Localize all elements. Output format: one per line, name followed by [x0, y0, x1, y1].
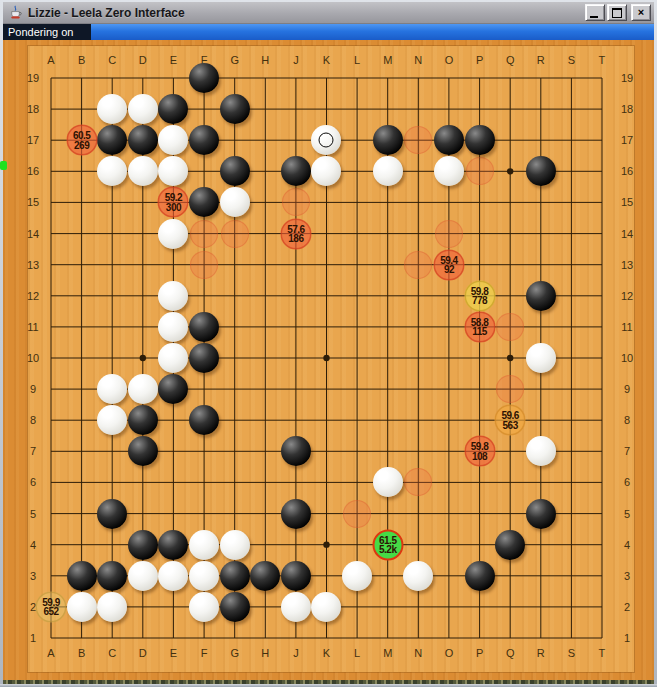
stone-white-F4 — [189, 530, 219, 560]
stone-black-D17 — [128, 125, 158, 155]
stone-white-K2 — [311, 592, 341, 622]
col-label-top-K: K — [323, 54, 330, 66]
row-label-left-11: 11 — [27, 321, 38, 333]
stone-white-D16 — [128, 156, 158, 186]
col-label-bottom-E: E — [170, 647, 177, 659]
stone-black-D7 — [128, 436, 158, 466]
col-label-bottom-H: H — [261, 647, 269, 659]
stone-black-O17 — [434, 125, 464, 155]
stone-white-E11 — [158, 312, 188, 342]
ghost-move-L5[interactable] — [343, 500, 371, 528]
row-label-left-14: 14 — [27, 228, 39, 240]
row-label-left-19: 19 — [27, 72, 39, 84]
star-point — [140, 355, 146, 361]
candidate-move-J14[interactable]: 57.6186 — [280, 218, 311, 249]
row-label-left-4: 4 — [30, 539, 36, 551]
stone-white-F3 — [189, 561, 219, 591]
stone-white-E12 — [158, 281, 188, 311]
col-label-top-Q: Q — [506, 54, 515, 66]
col-label-bottom-D: D — [139, 647, 147, 659]
status-bar: Pondering on — [3, 24, 654, 40]
col-label-bottom-O: O — [445, 647, 454, 659]
stone-black-C5 — [97, 499, 127, 529]
app-window: Lizzie - Leela Zero Interface × Ponderin… — [0, 0, 657, 687]
stone-black-F10 — [189, 343, 219, 373]
col-label-top-B: B — [78, 54, 85, 66]
row-label-left-17: 17 — [27, 134, 39, 146]
candidate-move-M4[interactable]: 61.55.2k — [372, 529, 403, 560]
row-label-right-8: 8 — [624, 414, 630, 426]
ghost-move-G14[interactable] — [221, 220, 249, 248]
title-bar[interactable]: Lizzie - Leela Zero Interface × — [3, 2, 654, 24]
stone-black-G16 — [220, 156, 250, 186]
col-label-bottom-F: F — [201, 647, 208, 659]
row-label-right-11: 11 — [621, 321, 632, 333]
stone-black-F19 — [189, 63, 219, 93]
stone-black-F15 — [189, 187, 219, 217]
stone-black-F11 — [189, 312, 219, 342]
stone-black-D8 — [128, 405, 158, 435]
col-label-top-M: M — [383, 54, 392, 66]
stone-black-Q4 — [495, 530, 525, 560]
stone-white-E10 — [158, 343, 188, 373]
candidate-visits: 652 — [43, 607, 58, 617]
candidate-move-B17[interactable]: 60.5269 — [66, 125, 97, 156]
row-label-right-16: 16 — [621, 165, 633, 177]
pondering-status[interactable]: Pondering on — [3, 24, 91, 40]
ghost-move-O14[interactable] — [435, 220, 463, 248]
row-label-right-19: 19 — [621, 72, 633, 84]
engine-indicator-icon — [0, 161, 7, 170]
ghost-move-N17[interactable] — [404, 126, 432, 154]
candidate-visits: 269 — [74, 140, 89, 150]
row-label-left-1: 1 — [30, 632, 36, 644]
ghost-move-N13[interactable] — [404, 251, 432, 279]
candidate-visits: 108 — [472, 451, 487, 461]
stone-white-L3 — [342, 561, 372, 591]
close-icon: × — [638, 7, 644, 18]
stone-black-P17 — [465, 125, 495, 155]
ghost-move-P16[interactable] — [466, 157, 494, 185]
row-label-left-7: 7 — [30, 445, 36, 457]
col-label-top-J: J — [293, 54, 299, 66]
candidate-visits: 115 — [472, 327, 487, 337]
row-label-left-16: 16 — [27, 165, 39, 177]
row-label-right-1: 1 — [624, 632, 630, 644]
candidate-visits: 778 — [472, 296, 487, 306]
col-label-top-P: P — [476, 54, 483, 66]
stone-black-G2 — [220, 592, 250, 622]
row-label-right-3: 3 — [624, 570, 630, 582]
row-label-right-13: 13 — [621, 259, 633, 271]
stone-black-R16 — [526, 156, 556, 186]
ghost-move-Q9[interactable] — [496, 375, 524, 403]
stone-black-G3 — [220, 561, 250, 591]
window-title: Lizzie - Leela Zero Interface — [28, 6, 583, 20]
row-label-left-3: 3 — [30, 570, 36, 582]
stone-black-H3 — [250, 561, 280, 591]
stone-black-C3 — [97, 561, 127, 591]
col-label-top-E: E — [170, 54, 177, 66]
minimize-button[interactable] — [585, 4, 605, 21]
col-label-top-S: S — [568, 54, 575, 66]
stone-black-M17 — [373, 125, 403, 155]
last-move-marker — [319, 133, 334, 148]
maximize-button[interactable] — [607, 4, 627, 21]
board-area[interactable]: AABBCCDDEEFFGGHHJJKKLLMMNNOOPPQQRRSSTT19… — [3, 40, 654, 684]
candidate-move-E15[interactable]: 59.2300 — [158, 187, 189, 218]
stone-white-G4 — [220, 530, 250, 560]
maximize-icon — [612, 8, 622, 18]
stone-black-F8 — [189, 405, 219, 435]
stone-white-C9 — [97, 374, 127, 404]
col-label-bottom-S: S — [568, 647, 575, 659]
row-label-right-2: 2 — [624, 601, 630, 613]
row-label-right-17: 17 — [621, 134, 633, 146]
stone-white-K17 — [311, 125, 341, 155]
candidate-visits: 92 — [444, 265, 454, 275]
candidate-visits: 186 — [288, 234, 303, 244]
row-label-right-15: 15 — [621, 196, 633, 208]
stone-white-C8 — [97, 405, 127, 435]
star-point — [323, 541, 329, 547]
candidate-move-P7[interactable]: 59.8108 — [464, 436, 495, 467]
row-label-right-7: 7 — [624, 445, 630, 457]
candidate-move-P12[interactable]: 59.8778 — [464, 280, 495, 311]
col-label-bottom-P: P — [476, 647, 483, 659]
stone-white-E14 — [158, 219, 188, 249]
col-label-top-N: N — [414, 54, 422, 66]
candidate-move-A2[interactable]: 59.9652 — [36, 591, 67, 622]
row-label-left-18: 18 — [27, 103, 39, 115]
stone-black-E4 — [158, 530, 188, 560]
col-label-bottom-J: J — [293, 647, 299, 659]
col-label-bottom-R: R — [537, 647, 545, 659]
stone-white-O16 — [434, 156, 464, 186]
stone-black-C17 — [97, 125, 127, 155]
stone-white-E16 — [158, 156, 188, 186]
candidate-move-Q8[interactable]: 59.6563 — [495, 405, 526, 436]
col-label-top-D: D — [139, 54, 147, 66]
ghost-move-F13[interactable] — [190, 251, 218, 279]
col-label-top-O: O — [445, 54, 454, 66]
java-icon — [8, 5, 23, 20]
stone-white-E17 — [158, 125, 188, 155]
stone-black-R5 — [526, 499, 556, 529]
row-label-left-12: 12 — [27, 290, 39, 302]
ghost-move-F14[interactable] — [190, 220, 218, 248]
star-point — [507, 355, 513, 361]
row-label-left-15: 15 — [27, 196, 39, 208]
row-label-right-9: 9 — [624, 383, 630, 395]
stone-black-F17 — [189, 125, 219, 155]
candidate-move-O13[interactable]: 59.492 — [433, 249, 464, 280]
col-label-bottom-Q: Q — [506, 647, 515, 659]
col-label-top-H: H — [261, 54, 269, 66]
close-button[interactable]: × — [631, 4, 651, 21]
row-label-left-13: 13 — [27, 259, 39, 271]
col-label-top-G: G — [230, 54, 239, 66]
stone-black-D4 — [128, 530, 158, 560]
candidate-move-P11[interactable]: 58.8115 — [464, 311, 495, 342]
stone-black-B3 — [67, 561, 97, 591]
row-label-right-14: 14 — [621, 228, 633, 240]
stone-white-R10 — [526, 343, 556, 373]
stone-white-G15 — [220, 187, 250, 217]
col-label-top-L: L — [354, 54, 360, 66]
col-label-top-T: T — [599, 54, 606, 66]
row-label-right-6: 6 — [624, 476, 630, 488]
stone-white-R7 — [526, 436, 556, 466]
col-label-bottom-C: C — [108, 647, 116, 659]
col-label-bottom-N: N — [414, 647, 422, 659]
stone-white-D9 — [128, 374, 158, 404]
star-point — [323, 355, 329, 361]
row-label-left-10: 10 — [27, 352, 39, 364]
stone-white-N3 — [403, 561, 433, 591]
col-label-top-A: A — [47, 54, 54, 66]
stone-white-D18 — [128, 94, 158, 124]
stone-black-E18 — [158, 94, 188, 124]
stone-black-E9 — [158, 374, 188, 404]
col-label-top-C: C — [108, 54, 116, 66]
col-label-bottom-K: K — [323, 647, 330, 659]
ghost-move-N6[interactable] — [404, 468, 432, 496]
col-label-bottom-M: M — [383, 647, 392, 659]
stone-black-J5 — [281, 499, 311, 529]
row-label-right-10: 10 — [621, 352, 633, 364]
star-point — [507, 168, 513, 174]
col-label-bottom-L: L — [354, 647, 360, 659]
stone-white-K16 — [311, 156, 341, 186]
row-label-left-9: 9 — [30, 383, 36, 395]
stone-white-E3 — [158, 561, 188, 591]
stone-white-M6 — [373, 467, 403, 497]
candidate-visits: 563 — [503, 420, 518, 430]
stone-white-C2 — [97, 592, 127, 622]
stone-white-D3 — [128, 561, 158, 591]
stone-black-J7 — [281, 436, 311, 466]
col-label-bottom-T: T — [599, 647, 606, 659]
row-label-right-5: 5 — [624, 508, 630, 520]
col-label-bottom-G: G — [230, 647, 239, 659]
stone-black-J3 — [281, 561, 311, 591]
stone-white-C18 — [97, 94, 127, 124]
stone-black-G18 — [220, 94, 250, 124]
col-label-bottom-B: B — [78, 647, 85, 659]
stone-white-C16 — [97, 156, 127, 186]
row-label-left-5: 5 — [30, 508, 36, 520]
row-label-left-8: 8 — [30, 414, 36, 426]
row-label-right-4: 4 — [624, 539, 630, 551]
stone-black-P3 — [465, 561, 495, 591]
stone-white-J2 — [281, 592, 311, 622]
row-label-right-18: 18 — [621, 103, 633, 115]
col-label-top-R: R — [537, 54, 545, 66]
candidate-visits: 5.2k — [379, 545, 396, 555]
minimize-icon — [590, 16, 598, 18]
stone-black-R12 — [526, 281, 556, 311]
candidate-visits: 300 — [166, 202, 181, 212]
row-label-left-6: 6 — [30, 476, 36, 488]
stone-white-M16 — [373, 156, 403, 186]
stone-white-B2 — [67, 592, 97, 622]
stone-white-F2 — [189, 592, 219, 622]
stone-black-J16 — [281, 156, 311, 186]
col-label-bottom-A: A — [47, 647, 54, 659]
ghost-move-Q11[interactable] — [496, 313, 524, 341]
ghost-move-J15[interactable] — [282, 188, 310, 216]
row-label-right-12: 12 — [621, 290, 633, 302]
